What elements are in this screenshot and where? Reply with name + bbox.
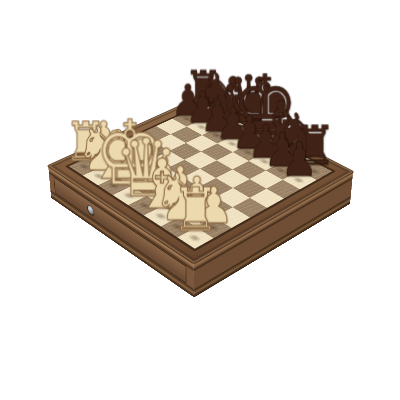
board-top: ♜♞♝♛♚♝♞♜♟♟♟♟♟♟♟♟♟♟♟♟♟♟♟♟♜♞♝♚♛♝♞♜	[46, 94, 354, 264]
chess-set-photo: ♜♞♝♛♚♝♞♜♟♟♟♟♟♟♟♟♟♟♟♟♟♟♟♟♜♞♝♚♛♝♞♜	[0, 0, 400, 400]
rook-icon: ♜	[172, 181, 219, 241]
perspective-wrapper: ♜♞♝♛♚♝♞♜♟♟♟♟♟♟♟♟♟♟♟♟♟♟♟♟♜♞♝♚♛♝♞♜	[92, 62, 308, 278]
pawn-icon: ♟	[281, 136, 318, 183]
piece-black-pawn-h7[interactable]: ♟	[283, 170, 317, 188]
chess-box: ♜♞♝♛♚♝♞♜♟♟♟♟♟♟♟♟♟♟♟♟♟♟♟♟♜♞♝♚♛♝♞♜	[48, 94, 353, 262]
piece-white-rook-h1[interactable]: ♜	[177, 227, 213, 249]
drawer-knob[interactable]	[88, 204, 94, 215]
